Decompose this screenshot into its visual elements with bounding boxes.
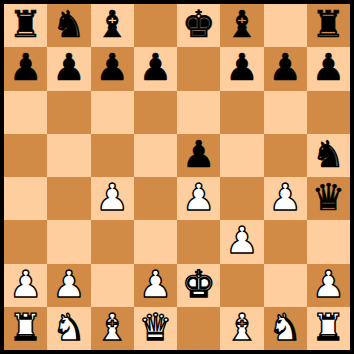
square-d4[interactable]	[134, 177, 177, 220]
square-e2[interactable]: ♚	[177, 264, 220, 307]
square-a7[interactable]: ♟	[4, 47, 47, 90]
square-a3[interactable]	[4, 220, 47, 263]
piece-black-rook[interactable]: ♜	[9, 6, 42, 43]
piece-black-queen[interactable]: ♛	[312, 179, 345, 216]
square-g5[interactable]	[264, 134, 307, 177]
square-d8[interactable]	[134, 4, 177, 47]
piece-black-pawn[interactable]: ♟	[96, 49, 129, 86]
square-g1[interactable]: ♞	[264, 307, 307, 350]
square-a8[interactable]: ♜	[4, 4, 47, 47]
piece-white-king[interactable]: ♚	[182, 266, 215, 303]
piece-white-pawn[interactable]: ♟	[312, 266, 345, 303]
square-e8[interactable]: ♚	[177, 4, 220, 47]
square-a6[interactable]	[4, 91, 47, 134]
square-c8[interactable]: ♝	[91, 4, 134, 47]
piece-white-queen[interactable]: ♛	[139, 309, 172, 346]
square-c4[interactable]: ♟	[91, 177, 134, 220]
piece-white-pawn[interactable]: ♟	[9, 266, 42, 303]
piece-black-pawn[interactable]: ♟	[269, 49, 302, 86]
square-e6[interactable]	[177, 91, 220, 134]
piece-black-pawn[interactable]: ♟	[139, 49, 172, 86]
square-g4[interactable]: ♟	[264, 177, 307, 220]
piece-white-knight[interactable]: ♞	[269, 309, 302, 346]
square-h5[interactable]: ♞	[307, 134, 350, 177]
square-f3[interactable]: ♟	[220, 220, 263, 263]
piece-black-rook[interactable]: ♜	[312, 6, 345, 43]
piece-black-bishop[interactable]: ♝	[225, 6, 258, 43]
square-d1[interactable]: ♛	[134, 307, 177, 350]
square-b5[interactable]	[47, 134, 90, 177]
piece-black-king[interactable]: ♚	[182, 6, 215, 43]
square-f2[interactable]	[220, 264, 263, 307]
square-e5[interactable]: ♟	[177, 134, 220, 177]
square-h8[interactable]: ♜	[307, 4, 350, 47]
square-e3[interactable]	[177, 220, 220, 263]
piece-white-rook[interactable]: ♜	[312, 309, 345, 346]
square-g8[interactable]	[264, 4, 307, 47]
square-d6[interactable]	[134, 91, 177, 134]
square-f4[interactable]	[220, 177, 263, 220]
square-c1[interactable]: ♝	[91, 307, 134, 350]
square-f6[interactable]	[220, 91, 263, 134]
square-h2[interactable]: ♟	[307, 264, 350, 307]
piece-white-bishop[interactable]: ♝	[225, 309, 258, 346]
chess-board-grid: ♜♞♝♚♝♜♟♟♟♟♟♟♟♟♞♟♟♟♛♟♟♟♟♚♟♜♞♝♛♝♞♜	[4, 4, 350, 350]
square-b3[interactable]	[47, 220, 90, 263]
piece-black-pawn[interactable]: ♟	[182, 136, 215, 173]
square-a4[interactable]	[4, 177, 47, 220]
square-c6[interactable]	[91, 91, 134, 134]
square-f1[interactable]: ♝	[220, 307, 263, 350]
piece-white-pawn[interactable]: ♟	[96, 179, 129, 216]
square-h6[interactable]	[307, 91, 350, 134]
square-a1[interactable]: ♜	[4, 307, 47, 350]
piece-black-knight[interactable]: ♞	[312, 136, 345, 173]
square-e7[interactable]	[177, 47, 220, 90]
chess-board: ♜♞♝♚♝♜♟♟♟♟♟♟♟♟♞♟♟♟♛♟♟♟♟♚♟♜♞♝♛♝♞♜	[0, 0, 354, 354]
square-g2[interactable]	[264, 264, 307, 307]
piece-black-pawn[interactable]: ♟	[312, 49, 345, 86]
square-g7[interactable]: ♟	[264, 47, 307, 90]
piece-white-knight[interactable]: ♞	[52, 309, 85, 346]
square-h3[interactable]	[307, 220, 350, 263]
square-c7[interactable]: ♟	[91, 47, 134, 90]
square-e1[interactable]	[177, 307, 220, 350]
piece-white-pawn[interactable]: ♟	[52, 266, 85, 303]
piece-black-bishop[interactable]: ♝	[96, 6, 129, 43]
square-d7[interactable]: ♟	[134, 47, 177, 90]
square-a2[interactable]: ♟	[4, 264, 47, 307]
piece-black-pawn[interactable]: ♟	[52, 49, 85, 86]
square-d5[interactable]	[134, 134, 177, 177]
square-c3[interactable]	[91, 220, 134, 263]
square-b7[interactable]: ♟	[47, 47, 90, 90]
square-c5[interactable]	[91, 134, 134, 177]
square-f8[interactable]: ♝	[220, 4, 263, 47]
square-h1[interactable]: ♜	[307, 307, 350, 350]
square-d2[interactable]: ♟	[134, 264, 177, 307]
square-b2[interactable]: ♟	[47, 264, 90, 307]
square-b4[interactable]	[47, 177, 90, 220]
square-b1[interactable]: ♞	[47, 307, 90, 350]
piece-white-pawn[interactable]: ♟	[139, 266, 172, 303]
square-a5[interactable]	[4, 134, 47, 177]
piece-black-knight[interactable]: ♞	[52, 6, 85, 43]
square-g6[interactable]	[264, 91, 307, 134]
square-d3[interactable]	[134, 220, 177, 263]
square-b8[interactable]: ♞	[47, 4, 90, 47]
square-c2[interactable]	[91, 264, 134, 307]
square-b6[interactable]	[47, 91, 90, 134]
piece-black-pawn[interactable]: ♟	[225, 49, 258, 86]
square-f5[interactable]	[220, 134, 263, 177]
square-h4[interactable]: ♛	[307, 177, 350, 220]
piece-black-pawn[interactable]: ♟	[9, 49, 42, 86]
square-f7[interactable]: ♟	[220, 47, 263, 90]
square-g3[interactable]	[264, 220, 307, 263]
square-e4[interactable]: ♟	[177, 177, 220, 220]
piece-white-pawn[interactable]: ♟	[269, 179, 302, 216]
square-h7[interactable]: ♟	[307, 47, 350, 90]
piece-white-pawn[interactable]: ♟	[182, 179, 215, 216]
piece-white-bishop[interactable]: ♝	[96, 309, 129, 346]
piece-white-rook[interactable]: ♜	[9, 309, 42, 346]
piece-white-pawn[interactable]: ♟	[225, 222, 258, 259]
